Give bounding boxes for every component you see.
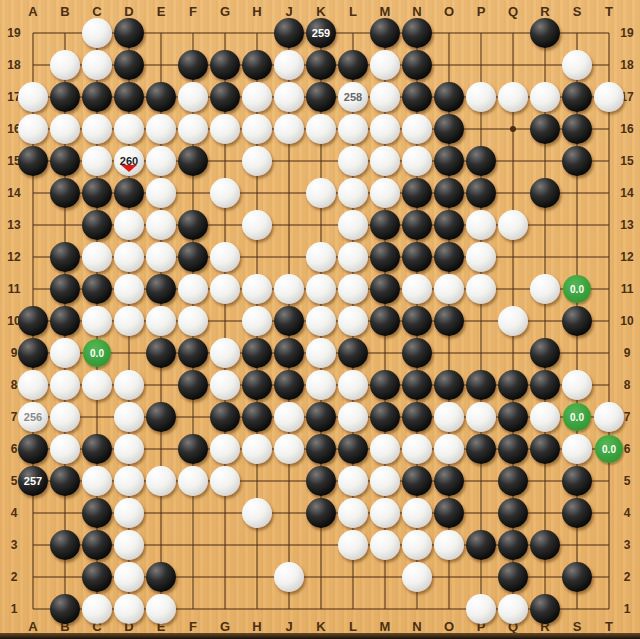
black-stone-C11[interactable] <box>82 274 112 304</box>
white-stone-J7[interactable] <box>274 402 304 432</box>
black-stone-R14[interactable] <box>530 178 560 208</box>
white-stone-A7[interactable]: 256 <box>18 402 48 432</box>
white-stone-H10[interactable] <box>242 306 272 336</box>
white-stone-C1[interactable] <box>82 594 112 624</box>
black-stone-N9[interactable] <box>402 338 432 368</box>
black-stone-K4[interactable] <box>306 498 336 528</box>
white-stone-B7[interactable] <box>50 402 80 432</box>
white-stone-Q13[interactable] <box>498 210 528 240</box>
white-stone-P1[interactable] <box>466 594 496 624</box>
coord-label-right-16: 16 <box>620 122 633 136</box>
window-bottom-edge <box>0 633 640 639</box>
white-stone-T17[interactable] <box>594 82 624 112</box>
coord-label-left-9: 9 <box>11 346 18 360</box>
white-stone-O11[interactable] <box>434 274 464 304</box>
coord-label-left-11: 11 <box>8 282 21 296</box>
white-stone-K10[interactable] <box>306 306 336 336</box>
coord-label-left-8: 8 <box>11 378 18 392</box>
eval-mark-C9: 0.0 <box>83 339 111 367</box>
black-stone-R1[interactable] <box>530 594 560 624</box>
black-stone-Q2[interactable] <box>498 562 528 592</box>
coord-label-top-S: S <box>573 4 582 19</box>
white-stone-F5[interactable] <box>178 466 208 496</box>
white-stone-P17[interactable] <box>466 82 496 112</box>
black-stone-F12[interactable] <box>178 242 208 272</box>
black-stone-G7[interactable] <box>210 402 240 432</box>
black-stone-N13[interactable] <box>402 210 432 240</box>
white-stone-B8[interactable] <box>50 370 80 400</box>
white-stone-M5[interactable] <box>370 466 400 496</box>
white-stone-L4[interactable] <box>338 498 368 528</box>
white-stone-N4[interactable] <box>402 498 432 528</box>
white-stone-N6[interactable] <box>402 434 432 464</box>
black-stone-B11[interactable] <box>50 274 80 304</box>
coord-label-bottom-G: G <box>220 619 230 634</box>
coord-label-top-L: L <box>349 4 357 19</box>
black-stone-C6[interactable] <box>82 434 112 464</box>
white-stone-M15[interactable] <box>370 146 400 176</box>
white-stone-D16[interactable] <box>114 114 144 144</box>
coord-label-bottom-H: H <box>252 619 261 634</box>
coord-label-left-4: 4 <box>11 506 18 520</box>
black-stone-S4[interactable] <box>562 498 592 528</box>
white-stone-F17[interactable] <box>178 82 208 112</box>
white-stone-L13[interactable] <box>338 210 368 240</box>
coord-label-top-C: C <box>92 4 101 19</box>
black-stone-F8[interactable] <box>178 370 208 400</box>
black-stone-S2[interactable] <box>562 562 592 592</box>
star-point <box>510 126 516 132</box>
black-stone-N12[interactable] <box>402 242 432 272</box>
white-stone-H17[interactable] <box>242 82 272 112</box>
black-stone-A15[interactable] <box>18 146 48 176</box>
white-stone-R17[interactable] <box>530 82 560 112</box>
black-stone-P6[interactable] <box>466 434 496 464</box>
black-stone-D19[interactable] <box>114 18 144 48</box>
white-stone-L17[interactable]: 258 <box>338 82 368 112</box>
white-stone-L3[interactable] <box>338 530 368 560</box>
white-stone-G16[interactable] <box>210 114 240 144</box>
black-stone-B10[interactable] <box>50 306 80 336</box>
black-stone-D14[interactable] <box>114 178 144 208</box>
white-stone-M16[interactable] <box>370 114 400 144</box>
white-stone-L16[interactable] <box>338 114 368 144</box>
coord-label-bottom-O: O <box>444 619 454 634</box>
coord-label-top-E: E <box>157 4 166 19</box>
move-number-257: 257 <box>24 476 42 487</box>
black-stone-O16[interactable] <box>434 114 464 144</box>
coord-label-bottom-F: F <box>189 619 197 634</box>
white-stone-E1[interactable] <box>146 594 176 624</box>
black-stone-H7[interactable] <box>242 402 272 432</box>
white-stone-G6[interactable] <box>210 434 240 464</box>
white-stone-D13[interactable] <box>114 210 144 240</box>
coord-label-right-11: 11 <box>621 282 634 296</box>
black-stone-B14[interactable] <box>50 178 80 208</box>
coord-label-right-19: 19 <box>620 26 633 40</box>
black-stone-P8[interactable] <box>466 370 496 400</box>
white-stone-E15[interactable] <box>146 146 176 176</box>
black-stone-R19[interactable] <box>530 18 560 48</box>
white-stone-K8[interactable] <box>306 370 336 400</box>
white-stone-H13[interactable] <box>242 210 272 240</box>
black-stone-L9[interactable] <box>338 338 368 368</box>
black-stone-M10[interactable] <box>370 306 400 336</box>
black-stone-B5[interactable] <box>50 466 80 496</box>
black-stone-K7[interactable] <box>306 402 336 432</box>
white-stone-N11[interactable] <box>402 274 432 304</box>
coord-label-right-2: 2 <box>624 570 631 584</box>
white-stone-B16[interactable] <box>50 114 80 144</box>
white-stone-O3[interactable] <box>434 530 464 560</box>
black-stone-E9[interactable] <box>146 338 176 368</box>
coord-label-right-8: 8 <box>624 378 631 392</box>
black-stone-O15[interactable] <box>434 146 464 176</box>
black-stone-L6[interactable] <box>338 434 368 464</box>
black-stone-L18[interactable] <box>338 50 368 80</box>
eval-mark-S7: 0.0 <box>563 403 591 431</box>
coord-label-top-R: R <box>540 4 549 19</box>
coord-label-bottom-A: A <box>28 619 37 634</box>
black-stone-G17[interactable] <box>210 82 240 112</box>
black-stone-O8[interactable] <box>434 370 464 400</box>
white-stone-N2[interactable] <box>402 562 432 592</box>
coord-label-left-19: 19 <box>7 26 20 40</box>
black-stone-C14[interactable] <box>82 178 112 208</box>
go-board[interactable]: AABBCCDDEEFFGGHHJJKKLLMMNNOOPPQQRRSSTT11… <box>0 0 640 639</box>
white-stone-D6[interactable] <box>114 434 144 464</box>
white-stone-J2[interactable] <box>274 562 304 592</box>
black-stone-C4[interactable] <box>82 498 112 528</box>
black-stone-Q7[interactable] <box>498 402 528 432</box>
black-stone-N14[interactable] <box>402 178 432 208</box>
black-stone-K17[interactable] <box>306 82 336 112</box>
white-stone-H16[interactable] <box>242 114 272 144</box>
white-stone-D2[interactable] <box>114 562 144 592</box>
white-stone-S18[interactable] <box>562 50 592 80</box>
white-stone-H11[interactable] <box>242 274 272 304</box>
black-stone-M7[interactable] <box>370 402 400 432</box>
black-stone-J10[interactable] <box>274 306 304 336</box>
black-stone-K19[interactable]: 259 <box>306 18 336 48</box>
black-stone-Q6[interactable] <box>498 434 528 464</box>
white-stone-C10[interactable] <box>82 306 112 336</box>
coord-label-top-T: T <box>605 4 613 19</box>
black-stone-P3[interactable] <box>466 530 496 560</box>
white-stone-R11[interactable] <box>530 274 560 304</box>
white-stone-L12[interactable] <box>338 242 368 272</box>
coord-label-top-Q: Q <box>508 4 518 19</box>
black-stone-Q5[interactable] <box>498 466 528 496</box>
coord-label-right-18: 18 <box>620 58 633 72</box>
white-stone-C18[interactable] <box>82 50 112 80</box>
white-stone-D10[interactable] <box>114 306 144 336</box>
white-stone-R7[interactable] <box>530 402 560 432</box>
coord-label-top-J: J <box>285 4 292 19</box>
black-stone-R8[interactable] <box>530 370 560 400</box>
coord-label-bottom-M: M <box>380 619 391 634</box>
white-stone-D8[interactable] <box>114 370 144 400</box>
coord-label-top-O: O <box>444 4 454 19</box>
white-stone-A17[interactable] <box>18 82 48 112</box>
white-stone-K9[interactable] <box>306 338 336 368</box>
white-stone-E12[interactable] <box>146 242 176 272</box>
white-stone-H6[interactable] <box>242 434 272 464</box>
white-stone-M17[interactable] <box>370 82 400 112</box>
white-stone-C19[interactable] <box>82 18 112 48</box>
white-stone-M18[interactable] <box>370 50 400 80</box>
coord-label-right-14: 14 <box>620 186 633 200</box>
white-stone-M3[interactable] <box>370 530 400 560</box>
black-stone-P15[interactable] <box>466 146 496 176</box>
black-stone-S16[interactable] <box>562 114 592 144</box>
white-stone-M14[interactable] <box>370 178 400 208</box>
white-stone-G14[interactable] <box>210 178 240 208</box>
white-stone-L8[interactable] <box>338 370 368 400</box>
black-stone-Q8[interactable] <box>498 370 528 400</box>
white-stone-C8[interactable] <box>82 370 112 400</box>
white-stone-C12[interactable] <box>82 242 112 272</box>
white-stone-J16[interactable] <box>274 114 304 144</box>
black-stone-A6[interactable] <box>18 434 48 464</box>
black-stone-B15[interactable] <box>50 146 80 176</box>
black-stone-P14[interactable] <box>466 178 496 208</box>
black-stone-R3[interactable] <box>530 530 560 560</box>
coord-label-right-4: 4 <box>624 506 631 520</box>
black-stone-G18[interactable] <box>210 50 240 80</box>
white-stone-S6[interactable] <box>562 434 592 464</box>
white-stone-D11[interactable] <box>114 274 144 304</box>
coord-label-left-7: 7 <box>11 410 18 424</box>
white-stone-J11[interactable] <box>274 274 304 304</box>
coord-label-left-6: 6 <box>11 442 18 456</box>
white-stone-F10[interactable] <box>178 306 208 336</box>
black-stone-C13[interactable] <box>82 210 112 240</box>
black-stone-S15[interactable] <box>562 146 592 176</box>
coord-label-left-12: 12 <box>7 250 20 264</box>
coord-label-right-9: 9 <box>624 346 631 360</box>
coord-label-bottom-J: J <box>285 619 292 634</box>
white-stone-D3[interactable] <box>114 530 144 560</box>
coord-label-right-15: 15 <box>620 154 633 168</box>
white-stone-F16[interactable] <box>178 114 208 144</box>
white-stone-O6[interactable] <box>434 434 464 464</box>
coord-label-top-K: K <box>316 4 325 19</box>
white-stone-G11[interactable] <box>210 274 240 304</box>
white-stone-N16[interactable] <box>402 114 432 144</box>
black-stone-O10[interactable] <box>434 306 464 336</box>
white-stone-E5[interactable] <box>146 466 176 496</box>
black-stone-N10[interactable] <box>402 306 432 336</box>
white-stone-Q1[interactable] <box>498 594 528 624</box>
black-stone-C3[interactable] <box>82 530 112 560</box>
black-stone-D17[interactable] <box>114 82 144 112</box>
white-stone-E10[interactable] <box>146 306 176 336</box>
coord-label-right-10: 10 <box>620 314 633 328</box>
white-stone-G9[interactable] <box>210 338 240 368</box>
white-stone-E14[interactable] <box>146 178 176 208</box>
black-stone-N5[interactable] <box>402 466 432 496</box>
black-stone-Q3[interactable] <box>498 530 528 560</box>
black-stone-O12[interactable] <box>434 242 464 272</box>
black-stone-S5[interactable] <box>562 466 592 496</box>
coord-label-left-5: 5 <box>11 474 18 488</box>
coord-label-right-5: 5 <box>624 474 631 488</box>
white-stone-M6[interactable] <box>370 434 400 464</box>
white-stone-L7[interactable] <box>338 402 368 432</box>
black-stone-B17[interactable] <box>50 82 80 112</box>
last-move-marker-icon <box>121 165 137 172</box>
black-stone-F15[interactable] <box>178 146 208 176</box>
white-stone-G8[interactable] <box>210 370 240 400</box>
white-stone-K16[interactable] <box>306 114 336 144</box>
move-number-258: 258 <box>344 92 362 103</box>
black-stone-B1[interactable] <box>50 594 80 624</box>
white-stone-D15[interactable]: 260 <box>114 146 144 176</box>
coord-label-top-P: P <box>477 4 486 19</box>
black-stone-M13[interactable] <box>370 210 400 240</box>
black-stone-N18[interactable] <box>402 50 432 80</box>
black-stone-J19[interactable] <box>274 18 304 48</box>
white-stone-C15[interactable] <box>82 146 112 176</box>
white-stone-L15[interactable] <box>338 146 368 176</box>
white-stone-D12[interactable] <box>114 242 144 272</box>
coord-label-left-3: 3 <box>11 538 18 552</box>
black-stone-E17[interactable] <box>146 82 176 112</box>
coord-label-left-18: 18 <box>7 58 20 72</box>
black-stone-E11[interactable] <box>146 274 176 304</box>
black-stone-M12[interactable] <box>370 242 400 272</box>
black-stone-N8[interactable] <box>402 370 432 400</box>
coord-label-top-G: G <box>220 4 230 19</box>
black-stone-A10[interactable] <box>18 306 48 336</box>
white-stone-B6[interactable] <box>50 434 80 464</box>
black-stone-H18[interactable] <box>242 50 272 80</box>
white-stone-L5[interactable] <box>338 466 368 496</box>
white-stone-K12[interactable] <box>306 242 336 272</box>
white-stone-K14[interactable] <box>306 178 336 208</box>
black-stone-O17[interactable] <box>434 82 464 112</box>
white-stone-D7[interactable] <box>114 402 144 432</box>
black-stone-C17[interactable] <box>82 82 112 112</box>
black-stone-F9[interactable] <box>178 338 208 368</box>
white-stone-J17[interactable] <box>274 82 304 112</box>
white-stone-D5[interactable] <box>114 466 144 496</box>
black-stone-N19[interactable] <box>402 18 432 48</box>
black-stone-J9[interactable] <box>274 338 304 368</box>
white-stone-P13[interactable] <box>466 210 496 240</box>
coord-label-top-F: F <box>189 4 197 19</box>
black-stone-B12[interactable] <box>50 242 80 272</box>
white-stone-L10[interactable] <box>338 306 368 336</box>
black-stone-N17[interactable] <box>402 82 432 112</box>
black-stone-H9[interactable] <box>242 338 272 368</box>
white-stone-M4[interactable] <box>370 498 400 528</box>
white-stone-G5[interactable] <box>210 466 240 496</box>
eval-mark-S11: 0.0 <box>563 275 591 303</box>
white-stone-H15[interactable] <box>242 146 272 176</box>
black-stone-H8[interactable] <box>242 370 272 400</box>
black-stone-F18[interactable] <box>178 50 208 80</box>
white-stone-N3[interactable] <box>402 530 432 560</box>
black-stone-O14[interactable] <box>434 178 464 208</box>
white-stone-T7[interactable] <box>594 402 624 432</box>
white-stone-P12[interactable] <box>466 242 496 272</box>
white-stone-F11[interactable] <box>178 274 208 304</box>
black-stone-K5[interactable] <box>306 466 336 496</box>
white-stone-L11[interactable] <box>338 274 368 304</box>
white-stone-B18[interactable] <box>50 50 80 80</box>
black-stone-M8[interactable] <box>370 370 400 400</box>
black-stone-S10[interactable] <box>562 306 592 336</box>
white-stone-P11[interactable] <box>466 274 496 304</box>
coord-label-top-N: N <box>412 4 421 19</box>
black-stone-M19[interactable] <box>370 18 400 48</box>
black-stone-O5[interactable] <box>434 466 464 496</box>
black-stone-S17[interactable] <box>562 82 592 112</box>
black-stone-K6[interactable] <box>306 434 336 464</box>
black-stone-D18[interactable] <box>114 50 144 80</box>
white-stone-Q17[interactable] <box>498 82 528 112</box>
white-stone-B9[interactable] <box>50 338 80 368</box>
white-stone-G12[interactable] <box>210 242 240 272</box>
white-stone-E13[interactable] <box>146 210 176 240</box>
black-stone-J8[interactable] <box>274 370 304 400</box>
white-stone-C5[interactable] <box>82 466 112 496</box>
coord-label-bottom-T: T <box>605 619 613 634</box>
black-stone-Q4[interactable] <box>498 498 528 528</box>
coord-label-left-14: 14 <box>7 186 20 200</box>
black-stone-O13[interactable] <box>434 210 464 240</box>
white-stone-E16[interactable] <box>146 114 176 144</box>
black-stone-E2[interactable] <box>146 562 176 592</box>
white-stone-P7[interactable] <box>466 402 496 432</box>
black-stone-C2[interactable] <box>82 562 112 592</box>
white-stone-N15[interactable] <box>402 146 432 176</box>
white-stone-C16[interactable] <box>82 114 112 144</box>
black-stone-E7[interactable] <box>146 402 176 432</box>
white-stone-D1[interactable] <box>114 594 144 624</box>
black-stone-R16[interactable] <box>530 114 560 144</box>
white-stone-J6[interactable] <box>274 434 304 464</box>
black-stone-R6[interactable] <box>530 434 560 464</box>
coord-label-top-D: D <box>124 4 133 19</box>
white-stone-S8[interactable] <box>562 370 592 400</box>
white-stone-A16[interactable] <box>18 114 48 144</box>
white-stone-K11[interactable] <box>306 274 336 304</box>
white-stone-L14[interactable] <box>338 178 368 208</box>
white-stone-A8[interactable] <box>18 370 48 400</box>
white-stone-Q10[interactable] <box>498 306 528 336</box>
black-stone-A9[interactable] <box>18 338 48 368</box>
black-stone-M11[interactable] <box>370 274 400 304</box>
white-stone-D4[interactable] <box>114 498 144 528</box>
black-stone-O4[interactable] <box>434 498 464 528</box>
black-stone-F13[interactable] <box>178 210 208 240</box>
black-stone-K18[interactable] <box>306 50 336 80</box>
black-stone-B3[interactable] <box>50 530 80 560</box>
black-stone-R9[interactable] <box>530 338 560 368</box>
white-stone-H4[interactable] <box>242 498 272 528</box>
coord-label-right-3: 3 <box>624 538 631 552</box>
white-stone-O7[interactable] <box>434 402 464 432</box>
black-stone-N7[interactable] <box>402 402 432 432</box>
coord-label-right-13: 13 <box>620 218 633 232</box>
black-stone-A5[interactable]: 257 <box>18 466 48 496</box>
white-stone-J18[interactable] <box>274 50 304 80</box>
move-number-256: 256 <box>24 412 42 423</box>
black-stone-F6[interactable] <box>178 434 208 464</box>
